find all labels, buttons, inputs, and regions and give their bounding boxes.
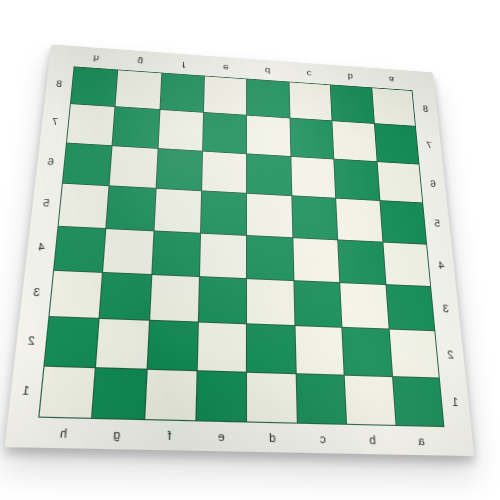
square-h3 <box>50 271 103 318</box>
square-b4 <box>338 240 385 284</box>
square-e8 <box>204 76 246 115</box>
square-a4 <box>383 242 430 286</box>
square-c8 <box>289 82 331 120</box>
square-e6 <box>202 151 246 193</box>
square-f6 <box>156 149 202 191</box>
square-h4 <box>54 226 105 272</box>
square-a6 <box>377 162 422 203</box>
square-b7 <box>333 121 377 160</box>
file-label-bottom-h: h <box>60 427 68 440</box>
square-a2 <box>389 330 438 377</box>
rank-label-right-8: 8 <box>56 79 63 88</box>
square-h1 <box>39 366 95 418</box>
file-label-bottom-e: e <box>218 430 225 443</box>
file-label-bottom-a: a <box>418 435 425 447</box>
square-e4 <box>200 233 246 278</box>
square-c5 <box>292 196 337 239</box>
rank-label-right-1: 1 <box>22 385 30 397</box>
file-label-bottom-b: b <box>369 434 376 446</box>
square-f3 <box>150 275 199 322</box>
file-label-bottom-c: c <box>320 432 326 444</box>
rank-label-left-1: 1 <box>452 397 459 409</box>
rank-label-left-3: 3 <box>442 304 449 315</box>
square-b2 <box>343 328 392 376</box>
square-h8 <box>71 67 118 106</box>
square-h2 <box>45 317 99 366</box>
square-g8 <box>116 70 161 109</box>
chessboard-mat: abcdefgh abcdefgh 87654321 87654321 <box>5 44 475 456</box>
file-label-top-g: g <box>137 57 143 66</box>
square-a5 <box>380 201 426 243</box>
rank-label-right-4: 4 <box>38 242 46 253</box>
square-f2 <box>147 321 197 370</box>
file-label-top-h: h <box>93 53 100 62</box>
square-g7 <box>113 107 159 147</box>
square-d4 <box>247 235 293 280</box>
square-a8 <box>372 88 415 126</box>
square-f7 <box>158 110 203 150</box>
square-d1 <box>248 372 297 422</box>
square-d3 <box>248 279 295 325</box>
square-a7 <box>375 124 419 163</box>
product-photo: abcdefgh abcdefgh 87654321 87654321 <box>0 0 500 500</box>
rank-label-left-4: 4 <box>438 260 445 270</box>
square-g4 <box>103 229 153 274</box>
square-c4 <box>293 238 339 282</box>
square-c6 <box>291 157 335 198</box>
rank-label-right-6: 6 <box>47 157 54 167</box>
square-c1 <box>297 374 347 424</box>
square-e7 <box>203 113 246 153</box>
square-a3 <box>386 285 434 331</box>
square-e3 <box>199 277 246 324</box>
square-g6 <box>110 146 157 188</box>
square-f4 <box>152 231 200 276</box>
square-e5 <box>201 191 246 234</box>
rank-label-left-5: 5 <box>434 219 441 229</box>
chessboard-grid <box>38 66 444 427</box>
square-c7 <box>290 119 333 159</box>
file-label-bottom-d: d <box>269 431 276 443</box>
file-label-top-d: d <box>265 66 271 75</box>
square-b1 <box>345 375 395 425</box>
square-f5 <box>154 189 201 232</box>
rank-label-left-2: 2 <box>447 349 454 360</box>
square-g2 <box>96 319 148 368</box>
square-d6 <box>247 154 291 195</box>
square-g3 <box>100 273 151 320</box>
rank-label-right-3: 3 <box>33 287 41 298</box>
file-label-top-e: e <box>223 63 229 72</box>
square-g1 <box>93 368 147 419</box>
rank-label-right-7: 7 <box>52 117 59 127</box>
square-c2 <box>295 326 343 374</box>
square-e1 <box>197 371 247 422</box>
square-b6 <box>335 159 380 200</box>
square-a1 <box>393 377 444 426</box>
square-g5 <box>107 186 156 230</box>
square-e2 <box>198 323 247 371</box>
file-label-top-f: f <box>182 60 185 69</box>
square-d8 <box>247 79 289 117</box>
square-h5 <box>59 184 109 228</box>
square-f8 <box>160 73 204 112</box>
file-label-bottom-g: g <box>113 428 121 441</box>
rank-label-left-8: 8 <box>422 104 428 113</box>
square-f1 <box>145 369 197 420</box>
rank-label-right-2: 2 <box>27 335 35 347</box>
square-b8 <box>331 85 374 123</box>
rank-label-right-5: 5 <box>43 198 50 208</box>
square-d5 <box>247 194 292 237</box>
file-label-top-c: c <box>307 69 312 78</box>
file-label-bottom-f: f <box>168 429 172 442</box>
file-label-top-b: b <box>348 72 354 81</box>
rank-label-left-6: 6 <box>430 179 437 189</box>
square-d7 <box>247 116 290 156</box>
square-c3 <box>294 281 341 327</box>
square-h6 <box>63 143 112 185</box>
rank-label-left-7: 7 <box>426 141 432 150</box>
square-d2 <box>248 325 296 373</box>
square-b5 <box>336 199 382 241</box>
square-h7 <box>67 104 115 145</box>
square-b3 <box>340 283 388 329</box>
file-label-top-a: a <box>388 75 394 84</box>
